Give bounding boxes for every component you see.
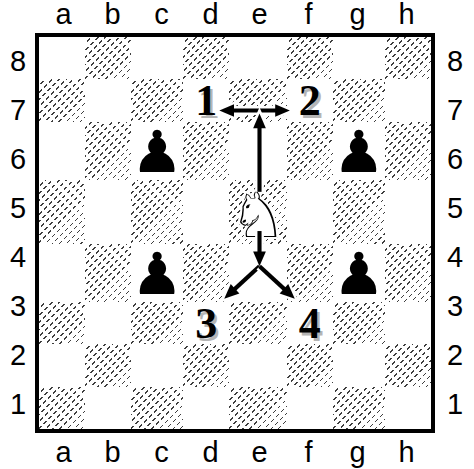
square-b8 [85,37,131,79]
rank-label-left-6: 6 [1,135,35,184]
square-e2 [229,344,286,386]
annotation-label-4: 4 [287,302,333,344]
annotation-label-3: 3 [183,302,229,344]
chess-diagram: abcdefgh abcdefgh 87654321 87654321 12♟♟… [0,0,474,469]
black-pawn-icon: ♟ [333,240,385,308]
rank-label-left-7: 7 [1,86,35,135]
square-a2 [39,344,85,386]
square-d7: 1 [183,79,229,121]
square-e3 [229,302,286,344]
rank-label-left-2: 2 [1,331,35,380]
black-pawn-icon: ♟ [131,118,183,186]
square-g2 [333,344,385,386]
board-frame: 12♟♟♟♟♞♘♟♟♟♟34 [35,33,435,433]
rank-label-right-2: 2 [438,331,472,380]
rank-label-right-7: 7 [438,86,472,135]
file-label-bottom-f: f [284,436,333,469]
square-a5 [39,180,85,244]
file-label-top-a: a [39,0,88,32]
rank-label-left-8: 8 [1,37,35,86]
file-label-bottom-c: c [137,436,186,469]
square-h4 [385,244,431,302]
square-b2 [85,344,131,386]
file-label-top-c: c [137,0,186,32]
square-h1 [385,387,431,429]
rank-label-left-4: 4 [1,233,35,282]
file-label-top-d: d [186,0,235,32]
square-c3 [131,302,183,344]
square-h3 [385,302,431,344]
square-f1 [287,387,333,429]
file-label-top-e: e [235,0,284,32]
rank-label-left-5: 5 [1,184,35,233]
annotation-label-1: 1 [183,79,229,121]
square-b6 [85,122,131,180]
rank-label-right-8: 8 [438,37,472,86]
square-g4: ♟♟ [333,244,385,302]
square-a4 [39,244,85,302]
rank-label-right-6: 6 [438,135,472,184]
square-a8 [39,37,85,79]
square-a3 [39,302,85,344]
square-d6 [183,122,229,180]
square-h8 [385,37,431,79]
piece-black-pawn-g4: ♟♟ [333,245,385,303]
piece-black-pawn-g6: ♟♟ [333,123,385,181]
square-d2 [183,344,229,386]
rank-labels-right: 87654321 [438,37,472,429]
square-c5 [131,180,183,244]
square-f4 [287,244,333,302]
annotation-label-2: 2 [287,79,333,121]
square-a6 [39,122,85,180]
file-label-top-h: h [382,0,431,32]
white-knight-icon: ♘ [229,178,286,252]
file-labels-top: abcdefgh [39,0,431,32]
square-a7 [39,79,85,121]
square-a1 [39,387,85,429]
square-b3 [85,302,131,344]
square-g6: ♟♟ [333,122,385,180]
square-d8 [183,37,229,79]
square-c1 [131,387,183,429]
square-d3: 3 [183,302,229,344]
square-c8 [131,37,183,79]
file-label-top-b: b [88,0,137,32]
black-pawn-icon: ♟ [131,240,183,308]
square-f3: 4 [287,302,333,344]
square-h6 [385,122,431,180]
file-labels-bottom: abcdefgh [39,436,431,469]
square-e4 [229,244,286,302]
square-c4: ♟♟ [131,244,183,302]
square-e6 [229,122,286,180]
square-c6: ♟♟ [131,122,183,180]
rank-label-right-3: 3 [438,282,472,331]
square-d4 [183,244,229,302]
rank-label-right-1: 1 [438,380,472,429]
square-h5 [385,180,431,244]
square-b7 [85,79,131,121]
square-f6 [287,122,333,180]
square-g1 [333,387,385,429]
rank-label-left-3: 3 [1,282,35,331]
square-f7: 2 [287,79,333,121]
file-label-bottom-d: d [186,436,235,469]
file-label-bottom-h: h [382,436,431,469]
square-g5 [333,180,385,244]
piece-white-knight-e5: ♞♘ [229,183,286,247]
rank-label-left-1: 1 [1,380,35,429]
square-c7 [131,79,183,121]
square-c2 [131,344,183,386]
rank-labels-left: 87654321 [1,37,35,429]
square-h2 [385,344,431,386]
square-e1 [229,387,286,429]
square-g7 [333,79,385,121]
file-label-bottom-e: e [235,436,284,469]
square-f5 [287,180,333,244]
square-e8 [229,37,286,79]
file-label-top-g: g [333,0,382,32]
file-label-bottom-b: b [88,436,137,469]
square-b1 [85,387,131,429]
file-label-bottom-g: g [333,436,382,469]
file-label-bottom-a: a [39,436,88,469]
black-pawn-icon: ♟ [333,118,385,186]
square-e5: ♞♘ [229,180,286,244]
square-f2 [287,344,333,386]
board-grid: 12♟♟♟♟♞♘♟♟♟♟34 [39,37,431,429]
square-f8 [287,37,333,79]
square-e7 [229,79,286,121]
square-d5 [183,180,229,244]
square-b5 [85,180,131,244]
file-label-top-f: f [284,0,333,32]
square-b4 [85,244,131,302]
square-h7 [385,79,431,121]
square-g3 [333,302,385,344]
rank-label-right-4: 4 [438,233,472,282]
square-d1 [183,387,229,429]
rank-label-right-5: 5 [438,184,472,233]
square-g8 [333,37,385,79]
piece-black-pawn-c6: ♟♟ [131,123,183,181]
piece-black-pawn-c4: ♟♟ [131,245,183,303]
